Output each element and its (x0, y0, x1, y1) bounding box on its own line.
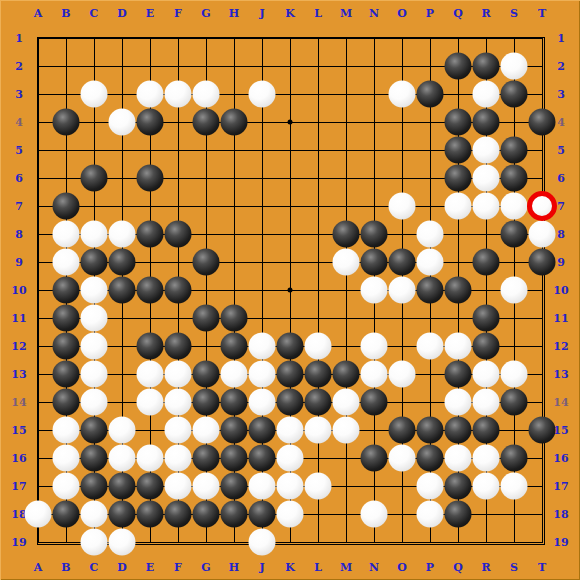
row-label-left: 14 (11, 396, 26, 409)
stone-white[interactable] (361, 361, 388, 388)
stone-white[interactable] (361, 333, 388, 360)
stone-black[interactable] (361, 249, 388, 276)
stone-black[interactable] (53, 361, 80, 388)
row-label-right: 6 (557, 172, 565, 185)
stone-black[interactable] (165, 277, 192, 304)
stone-white[interactable] (333, 389, 360, 416)
stone-black[interactable] (137, 165, 164, 192)
stone-white[interactable] (137, 81, 164, 108)
stone-black[interactable] (221, 333, 248, 360)
column-label-bottom: S (510, 561, 518, 574)
stone-white[interactable] (165, 361, 192, 388)
stone-black[interactable] (305, 389, 332, 416)
stone-white[interactable] (473, 389, 500, 416)
star-point (288, 288, 293, 293)
stone-white[interactable] (473, 473, 500, 500)
column-label-bottom: J (259, 561, 264, 574)
column-label-bottom: B (61, 561, 70, 574)
stone-white[interactable] (53, 473, 80, 500)
stone-black[interactable] (193, 501, 220, 528)
column-label-bottom: L (314, 561, 322, 574)
column-label-top: Q (453, 7, 463, 20)
column-label-top: R (481, 7, 490, 20)
stone-black[interactable] (165, 221, 192, 248)
row-label-right: 10 (553, 284, 568, 297)
stone-black[interactable] (193, 361, 220, 388)
stone-black[interactable] (529, 417, 556, 444)
stone-black[interactable] (277, 333, 304, 360)
stone-white[interactable] (193, 473, 220, 500)
stone-black[interactable] (249, 501, 276, 528)
stone-black[interactable] (389, 249, 416, 276)
column-label-top: C (90, 7, 99, 20)
stone-white[interactable] (389, 361, 416, 388)
stone-black[interactable] (445, 473, 472, 500)
row-label-right: 14 (553, 396, 568, 409)
stone-black[interactable] (333, 361, 360, 388)
stone-black[interactable] (221, 501, 248, 528)
row-label-right: 11 (553, 312, 568, 325)
row-label-left: 12 (11, 340, 26, 353)
stone-white[interactable] (361, 277, 388, 304)
stone-white[interactable] (417, 501, 444, 528)
stone-white[interactable] (249, 389, 276, 416)
stone-black[interactable] (81, 249, 108, 276)
stone-white[interactable] (137, 361, 164, 388)
row-label-right: 3 (557, 88, 565, 101)
stone-black[interactable] (221, 305, 248, 332)
row-label-right: 4 (557, 116, 565, 129)
stone-black[interactable] (53, 277, 80, 304)
stone-black[interactable] (193, 109, 220, 136)
stone-black[interactable] (53, 193, 80, 220)
star-point (288, 120, 293, 125)
stone-black[interactable] (249, 417, 276, 444)
row-label-right: 19 (553, 536, 568, 549)
last-move-marker (527, 191, 557, 221)
stone-white[interactable] (277, 501, 304, 528)
stone-black[interactable] (221, 473, 248, 500)
stone-black[interactable] (445, 277, 472, 304)
column-label-top: D (117, 7, 127, 20)
stone-black[interactable] (501, 221, 528, 248)
stone-white[interactable] (445, 389, 472, 416)
row-label-right: 7 (557, 200, 565, 213)
stone-white[interactable] (81, 361, 108, 388)
stone-white[interactable] (165, 445, 192, 472)
row-label-left: 10 (11, 284, 26, 297)
stone-white[interactable] (389, 81, 416, 108)
stone-black[interactable] (417, 417, 444, 444)
stone-black[interactable] (221, 389, 248, 416)
stone-white[interactable] (333, 249, 360, 276)
stone-black[interactable] (137, 501, 164, 528)
stone-black[interactable] (137, 109, 164, 136)
stone-white[interactable] (193, 417, 220, 444)
row-label-left: 3 (15, 88, 23, 101)
stone-white[interactable] (137, 445, 164, 472)
stone-white[interactable] (81, 277, 108, 304)
stone-white[interactable] (305, 473, 332, 500)
stone-white[interactable] (473, 445, 500, 472)
stone-white[interactable] (305, 417, 332, 444)
stone-white[interactable] (81, 389, 108, 416)
stone-black[interactable] (193, 445, 220, 472)
column-label-top: G (201, 7, 210, 20)
stone-white[interactable] (81, 529, 108, 556)
column-label-bottom: D (117, 561, 127, 574)
stone-white[interactable] (473, 137, 500, 164)
stone-black[interactable] (501, 389, 528, 416)
column-label-bottom: E (146, 561, 154, 574)
row-label-left: 16 (11, 452, 26, 465)
stone-black[interactable] (473, 305, 500, 332)
row-label-right: 15 (553, 424, 568, 437)
stone-white[interactable] (165, 417, 192, 444)
stone-white[interactable] (81, 501, 108, 528)
stone-white[interactable] (81, 305, 108, 332)
row-label-left: 17 (11, 480, 26, 493)
stone-black[interactable] (473, 249, 500, 276)
row-label-right: 13 (553, 368, 568, 381)
column-label-bottom: G (201, 561, 210, 574)
stone-white[interactable] (361, 501, 388, 528)
stone-white[interactable] (25, 501, 52, 528)
stone-white[interactable] (249, 529, 276, 556)
row-label-left: 13 (11, 368, 26, 381)
stone-black[interactable] (277, 361, 304, 388)
stone-black[interactable] (249, 445, 276, 472)
column-label-bottom: R (481, 561, 490, 574)
row-label-left: 11 (11, 312, 26, 325)
stone-white[interactable] (473, 193, 500, 220)
row-label-left: 7 (15, 200, 23, 213)
stone-black[interactable] (193, 389, 220, 416)
stone-white[interactable] (417, 249, 444, 276)
row-label-right: 12 (553, 340, 568, 353)
stone-white[interactable] (109, 417, 136, 444)
stone-white[interactable] (53, 417, 80, 444)
stone-white[interactable] (501, 53, 528, 80)
stone-white[interactable] (417, 221, 444, 248)
row-label-left: 19 (11, 536, 26, 549)
stone-black[interactable] (529, 109, 556, 136)
stone-white[interactable] (501, 193, 528, 220)
go-board-screenshot: AABBCCDDEEFFGGHHJJKKLLMMNNOOPPQQRRSSTT11… (0, 0, 580, 580)
stone-black[interactable] (53, 501, 80, 528)
column-label-bottom: H (229, 561, 239, 574)
stone-white[interactable] (473, 361, 500, 388)
row-label-right: 2 (557, 60, 565, 73)
stone-black[interactable] (473, 53, 500, 80)
stone-black[interactable] (333, 221, 360, 248)
stone-white[interactable] (109, 529, 136, 556)
stone-black[interactable] (81, 165, 108, 192)
stone-white[interactable] (501, 277, 528, 304)
stone-white[interactable] (277, 473, 304, 500)
stone-black[interactable] (137, 277, 164, 304)
stone-white[interactable] (417, 473, 444, 500)
stone-black[interactable] (109, 249, 136, 276)
column-label-top: K (285, 7, 295, 20)
column-label-top: J (259, 7, 264, 20)
stone-black[interactable] (277, 389, 304, 416)
column-label-top: P (426, 7, 434, 20)
stone-white[interactable] (473, 81, 500, 108)
stone-white[interactable] (53, 445, 80, 472)
stone-black[interactable] (109, 473, 136, 500)
stone-white[interactable] (249, 473, 276, 500)
stone-white[interactable] (445, 445, 472, 472)
stone-black[interactable] (501, 165, 528, 192)
stone-black[interactable] (445, 109, 472, 136)
column-label-bottom: A (34, 561, 43, 574)
row-label-right: 16 (553, 452, 568, 465)
row-label-left: 9 (15, 256, 23, 269)
stone-white[interactable] (165, 389, 192, 416)
stone-white[interactable] (109, 109, 136, 136)
stone-white[interactable] (445, 333, 472, 360)
stone-black[interactable] (165, 501, 192, 528)
column-label-top: A (34, 7, 43, 20)
stone-white[interactable] (277, 445, 304, 472)
stone-black[interactable] (109, 501, 136, 528)
stone-white[interactable] (221, 361, 248, 388)
stone-black[interactable] (501, 137, 528, 164)
stone-black[interactable] (501, 81, 528, 108)
stone-black[interactable] (445, 501, 472, 528)
stone-black[interactable] (445, 137, 472, 164)
stone-white[interactable] (249, 361, 276, 388)
stone-black[interactable] (361, 445, 388, 472)
column-label-top: H (229, 7, 239, 20)
stone-white[interactable] (165, 473, 192, 500)
column-label-top: T (538, 7, 546, 20)
column-label-bottom: M (340, 561, 352, 574)
column-label-bottom: C (90, 561, 99, 574)
stone-white[interactable] (305, 333, 332, 360)
column-label-bottom: N (369, 561, 379, 574)
stone-white[interactable] (445, 193, 472, 220)
stone-white[interactable] (501, 361, 528, 388)
stone-white[interactable] (81, 221, 108, 248)
stone-white[interactable] (53, 221, 80, 248)
row-label-left: 2 (15, 60, 23, 73)
stone-black[interactable] (81, 417, 108, 444)
stone-white[interactable] (193, 81, 220, 108)
row-label-left: 1 (15, 32, 23, 45)
stone-white[interactable] (109, 445, 136, 472)
stone-black[interactable] (53, 333, 80, 360)
stone-white[interactable] (81, 81, 108, 108)
stone-white[interactable] (165, 81, 192, 108)
column-label-bottom: P (426, 561, 434, 574)
stone-black[interactable] (165, 333, 192, 360)
column-label-bottom: Q (453, 561, 463, 574)
stone-black[interactable] (417, 277, 444, 304)
stone-black[interactable] (53, 389, 80, 416)
stone-white[interactable] (249, 81, 276, 108)
column-label-top: B (61, 7, 70, 20)
stone-white[interactable] (109, 221, 136, 248)
stone-black[interactable] (53, 109, 80, 136)
stone-black[interactable] (529, 249, 556, 276)
stone-white[interactable] (529, 221, 556, 248)
stone-white[interactable] (249, 333, 276, 360)
stone-black[interactable] (361, 221, 388, 248)
stone-black[interactable] (417, 81, 444, 108)
stone-black[interactable] (473, 417, 500, 444)
stone-white[interactable] (389, 193, 416, 220)
row-label-right: 1 (557, 32, 565, 45)
stone-white[interactable] (389, 445, 416, 472)
stone-black[interactable] (53, 305, 80, 332)
stone-black[interactable] (445, 53, 472, 80)
column-label-top: F (174, 7, 182, 20)
row-label-right: 9 (557, 256, 565, 269)
column-label-top: N (369, 7, 379, 20)
stone-black[interactable] (137, 333, 164, 360)
stone-black[interactable] (473, 333, 500, 360)
column-label-bottom: K (285, 561, 295, 574)
column-label-bottom: F (174, 561, 182, 574)
stone-black[interactable] (389, 417, 416, 444)
row-label-left: 15 (11, 424, 26, 437)
stone-black[interactable] (81, 473, 108, 500)
stone-black[interactable] (109, 277, 136, 304)
stone-black[interactable] (221, 445, 248, 472)
column-label-top: L (314, 7, 322, 20)
stone-black[interactable] (193, 305, 220, 332)
column-label-top: E (146, 7, 154, 20)
stone-white[interactable] (501, 473, 528, 500)
stone-black[interactable] (361, 389, 388, 416)
stone-black[interactable] (445, 417, 472, 444)
row-label-right: 18 (553, 508, 568, 521)
stone-black[interactable] (473, 109, 500, 136)
stone-black[interactable] (137, 473, 164, 500)
stone-white[interactable] (333, 417, 360, 444)
column-label-bottom: O (397, 561, 407, 574)
stone-black[interactable] (305, 361, 332, 388)
stone-black[interactable] (137, 221, 164, 248)
row-label-left: 5 (15, 144, 23, 157)
stone-black[interactable] (221, 109, 248, 136)
row-label-right: 17 (553, 480, 568, 493)
stone-white[interactable] (81, 333, 108, 360)
stone-black[interactable] (501, 445, 528, 472)
stone-white[interactable] (137, 389, 164, 416)
stone-black[interactable] (221, 417, 248, 444)
stone-white[interactable] (389, 277, 416, 304)
stone-black[interactable] (417, 445, 444, 472)
stone-white[interactable] (53, 249, 80, 276)
row-label-left: 8 (15, 228, 23, 241)
stone-white[interactable] (473, 165, 500, 192)
column-label-top: O (397, 7, 407, 20)
stone-white[interactable] (277, 417, 304, 444)
stone-black[interactable] (193, 249, 220, 276)
column-label-top: M (340, 7, 352, 20)
stone-black[interactable] (81, 445, 108, 472)
row-label-right: 8 (557, 228, 565, 241)
column-label-top: S (510, 7, 518, 20)
row-label-left: 4 (15, 116, 23, 129)
stone-black[interactable] (445, 165, 472, 192)
row-label-right: 5 (557, 144, 565, 157)
stone-white[interactable] (417, 333, 444, 360)
column-label-bottom: T (538, 561, 546, 574)
row-label-left: 6 (15, 172, 23, 185)
stone-black[interactable] (445, 361, 472, 388)
